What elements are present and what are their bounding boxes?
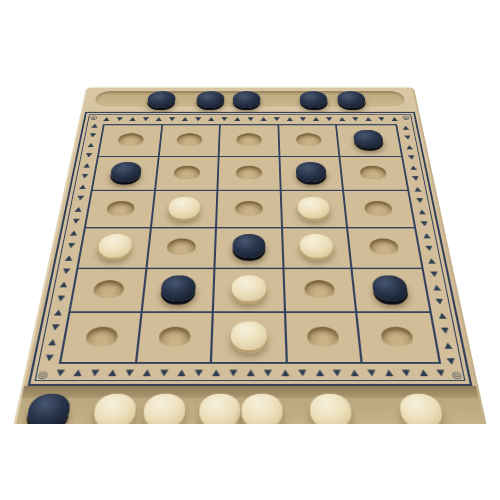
cream-stone[interactable] [168,197,201,219]
black-stone[interactable] [233,91,261,108]
board-cell[interactable] [218,157,281,191]
board-cell[interactable] [217,191,283,228]
board-cell[interactable] [78,228,151,269]
board-cell[interactable] [344,191,414,228]
corner-motif-icon: ◎ [451,370,463,380]
black-stone[interactable] [232,234,265,258]
board-cell[interactable] [156,157,220,191]
board-hole [295,133,321,147]
board-hole [117,133,144,147]
board-cell[interactable] [70,269,147,313]
board-hole [364,201,394,217]
board-hole [159,326,192,347]
corner-motif-icon: ◎ [37,370,49,380]
black-stone[interactable] [299,91,328,108]
board-cell[interactable] [280,157,344,191]
board-cell[interactable] [216,228,285,269]
board-hole [380,326,415,347]
photo-scene: ▲▼▲▼▲▼▲▼▲▼▲▼▲▼▲▼▲▼▲▼▲▼▲▼▲▼▲▼ ▼▲▼▲▼▲▼▲▼▲▼… [0,0,500,500]
black-stone[interactable] [337,91,367,108]
board-cell[interactable] [220,125,281,157]
board-hole [306,326,339,347]
board-cell[interactable] [358,313,439,362]
black-stone[interactable] [109,162,142,182]
cream-stone[interactable] [297,197,330,219]
board-hole [167,239,197,257]
black-pieces-tray [83,88,418,112]
corner-motif-icon: ◎ [90,115,99,120]
board-hole [174,166,201,181]
board-hole [105,201,135,217]
board-cell[interactable] [349,228,422,269]
board-cell[interactable] [279,125,341,157]
board-hole [92,280,125,299]
board-cell[interactable] [151,191,218,228]
board-cell[interactable] [137,313,214,362]
board-cell[interactable] [337,125,401,157]
board-hole [177,133,203,147]
board-cell[interactable] [99,125,163,157]
board-hole [369,239,400,257]
board-cell[interactable] [286,313,363,362]
board-hole [236,166,263,181]
photo-crop-edge [0,424,500,500]
board-cell[interactable] [147,228,217,269]
triangle-border-bottom: ▼▲▼▲▼▲▼▲▼▲▼▲▼▲▼▲▼▲▼▲▼▲▼▲▼▲▼▲ [52,366,447,380]
board-cell[interactable] [212,313,287,362]
board-cell[interactable] [284,269,357,313]
decorative-border-frame: ▲▼▲▼▲▼▲▼▲▼▲▼▲▼▲▼▲▼▲▼▲▼▲▼▲▼▲▼ ▼▲▼▲▼▲▼▲▼▲▼… [28,112,473,386]
cream-stone[interactable] [231,321,267,349]
board-cell[interactable] [142,269,215,313]
board-cell[interactable] [281,191,348,228]
board-cell[interactable] [214,269,286,313]
board-cell[interactable] [159,125,221,157]
black-stone[interactable] [196,91,224,108]
triangle-border-top: ▲▼▲▼▲▼▲▼▲▼▲▼▲▼▲▼▲▼▲▼▲▼▲▼▲▼▲▼ [100,115,399,123]
game-board: ▲▼▲▼▲▼▲▼▲▼▲▼▲▼▲▼▲▼▲▼▲▼▲▼▲▼▲▼ ▼▲▼▲▼▲▼▲▼▲▼… [12,87,488,431]
board-grid [59,124,441,364]
black-stone[interactable] [353,130,385,148]
black-stone[interactable] [371,275,409,301]
board-hole [84,326,119,347]
cream-stone[interactable] [299,234,333,258]
cream-stone[interactable] [232,275,267,301]
board-cell[interactable] [86,191,156,228]
board-cell[interactable] [353,269,430,313]
board-hole [236,133,262,147]
cream-stone[interactable] [97,234,133,258]
board-hole [235,201,263,217]
board-cell[interactable] [283,228,353,269]
board-hole [304,280,335,299]
board-cell[interactable] [341,157,408,191]
board-cell[interactable] [61,313,142,362]
black-stone[interactable] [161,275,197,301]
black-stone[interactable] [295,162,326,182]
board-hole [359,166,388,181]
board-cell[interactable] [93,157,160,191]
corner-motif-icon: ◎ [402,115,411,120]
